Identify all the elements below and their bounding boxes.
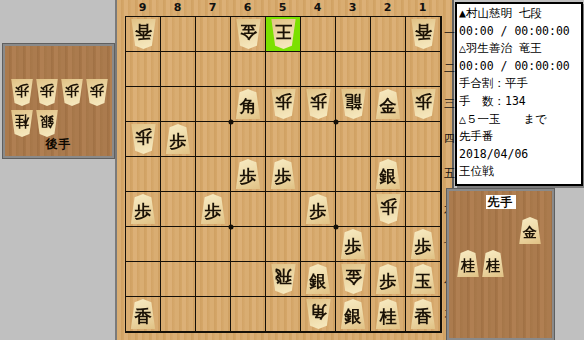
piece-1-3-gote[interactable]: 歩: [410, 89, 437, 119]
file-label-8: 8: [160, 1, 195, 15]
square-2-4[interactable]: [371, 122, 406, 157]
shogi-board[interactable]: 香金王香角歩歩龍金歩歩歩歩歩銀歩歩歩歩歩歩飛銀金歩玉香角銀桂香: [125, 16, 442, 333]
square-3-4[interactable]: [336, 122, 371, 157]
square-7-4[interactable]: [196, 122, 231, 157]
square-3-2[interactable]: [336, 52, 371, 87]
square-6-1[interactable]: 金: [231, 17, 266, 52]
square-7-9[interactable]: [196, 297, 231, 332]
square-3-3[interactable]: 龍: [336, 87, 371, 122]
square-2-6[interactable]: 歩: [371, 192, 406, 227]
gote-hand-tray: 歩歩歩歩桂銀 後手: [3, 44, 114, 158]
square-6-6[interactable]: [231, 192, 266, 227]
square-2-8[interactable]: 歩: [371, 262, 406, 297]
square-5-2[interactable]: [266, 52, 301, 87]
square-8-6[interactable]: [161, 192, 196, 227]
piece-2-6-gote[interactable]: 歩: [375, 194, 402, 224]
square-5-8[interactable]: 飛: [266, 262, 301, 297]
square-2-9[interactable]: 桂: [371, 297, 406, 332]
square-1-1[interactable]: 香: [406, 17, 441, 52]
square-2-2[interactable]: [371, 52, 406, 87]
square-9-8[interactable]: [126, 262, 161, 297]
piece-6-1-gote[interactable]: 金: [235, 19, 262, 49]
piece-3-9-sente[interactable]: 銀: [340, 299, 367, 329]
square-8-8[interactable]: [161, 262, 196, 297]
square-5-9[interactable]: [266, 297, 301, 332]
square-6-3[interactable]: 角: [231, 87, 266, 122]
file-label-5: 5: [265, 1, 300, 15]
square-2-7[interactable]: [371, 227, 406, 262]
square-3-5[interactable]: [336, 157, 371, 192]
square-4-1[interactable]: [301, 17, 336, 52]
square-9-3[interactable]: [126, 87, 161, 122]
square-9-6[interactable]: 歩: [126, 192, 161, 227]
hand-piece-gote[interactable]: 歩: [10, 79, 34, 106]
piece-2-8-sente[interactable]: 歩: [375, 264, 402, 294]
square-1-7[interactable]: 歩: [406, 227, 441, 262]
square-6-2[interactable]: [231, 52, 266, 87]
file-label-7: 7: [195, 1, 230, 15]
info-line-7: 先手番: [459, 128, 579, 146]
hand-piece-gote[interactable]: 桂: [10, 110, 34, 137]
square-3-6[interactable]: [336, 192, 371, 227]
info-line-6: △５一玉 まで: [459, 111, 579, 129]
square-5-7[interactable]: [266, 227, 301, 262]
hand-piece-gote[interactable]: 銀: [35, 110, 59, 137]
info-line-4: 手合割：平手: [459, 75, 579, 93]
gote-tray-label: 後手: [5, 136, 112, 153]
piece-2-5-sente[interactable]: 銀: [375, 159, 402, 189]
piece-6-5-sente[interactable]: 歩: [235, 159, 262, 189]
game-info-panel: ▲村山慈明 七段00:00 / 00:00:00△羽生善治 竜王00:00 / …: [455, 2, 583, 186]
square-7-1[interactable]: [196, 17, 231, 52]
piece-5-5-sente[interactable]: 歩: [270, 159, 297, 189]
piece-3-7-sente[interactable]: 歩: [340, 229, 367, 259]
piece-7-6-sente[interactable]: 歩: [200, 194, 227, 224]
square-7-8[interactable]: [196, 262, 231, 297]
board-panel: 987654321 香金王香角歩歩龍金歩歩歩歩歩銀歩歩歩歩歩歩飛銀金歩玉香角銀桂…: [115, 0, 454, 340]
square-5-6[interactable]: [266, 192, 301, 227]
square-8-3[interactable]: [161, 87, 196, 122]
piece-5-8-gote[interactable]: 飛: [270, 264, 297, 294]
sente-tray-label-text: 先手: [486, 195, 516, 209]
square-4-3[interactable]: 歩: [301, 87, 336, 122]
square-3-8[interactable]: 金: [336, 262, 371, 297]
file-label-4: 4: [300, 1, 335, 15]
square-1-6[interactable]: [406, 192, 441, 227]
square-4-7[interactable]: [301, 227, 336, 262]
square-1-2[interactable]: [406, 52, 441, 87]
sente-hand-pieces: 金桂桂: [449, 211, 552, 277]
info-line-9: 王位戦: [459, 163, 579, 181]
hand-piece-sente[interactable]: 桂: [456, 250, 480, 277]
file-label-6: 6: [230, 1, 265, 15]
square-9-7[interactable]: [126, 227, 161, 262]
tray-row: 金: [449, 217, 552, 244]
piece-4-9-gote[interactable]: 角: [305, 299, 332, 329]
hand-piece-gote[interactable]: 歩: [60, 79, 84, 106]
piece-1-9-sente[interactable]: 香: [410, 299, 437, 329]
piece-1-8-sente[interactable]: 玉: [410, 264, 437, 294]
piece-1-7-sente[interactable]: 歩: [410, 229, 437, 259]
square-9-9[interactable]: 香: [126, 297, 161, 332]
square-1-3[interactable]: 歩: [406, 87, 441, 122]
piece-3-3-gote[interactable]: 龍: [340, 89, 367, 119]
piece-5-3-gote[interactable]: 歩: [270, 89, 297, 119]
square-7-2[interactable]: [196, 52, 231, 87]
square-8-2[interactable]: [161, 52, 196, 87]
square-8-7[interactable]: [161, 227, 196, 262]
info-line-8: 2018/04/06: [459, 146, 579, 164]
hand-piece-sente[interactable]: 桂: [481, 250, 505, 277]
square-6-8[interactable]: [231, 262, 266, 297]
square-7-7[interactable]: [196, 227, 231, 262]
square-1-8[interactable]: 玉: [406, 262, 441, 297]
square-8-5[interactable]: [161, 157, 196, 192]
piece-4-8-sente[interactable]: 銀: [305, 264, 332, 294]
gote-hand-pieces: 歩歩歩歩桂銀: [5, 46, 112, 137]
board-wrap: 香金王香角歩歩龍金歩歩歩歩歩銀歩歩歩歩歩歩飛銀金歩玉香角銀桂香: [125, 16, 442, 333]
square-6-9[interactable]: [231, 297, 266, 332]
square-5-3[interactable]: 歩: [266, 87, 301, 122]
hand-piece-gote[interactable]: 歩: [85, 79, 109, 106]
piece-3-8-gote[interactable]: 金: [340, 264, 367, 294]
tray-row: 桂桂: [449, 250, 552, 277]
square-8-1[interactable]: [161, 17, 196, 52]
info-line-0: ▲村山慈明 七段: [459, 5, 579, 23]
square-9-5[interactable]: [126, 157, 161, 192]
piece-4-6-sente[interactable]: 歩: [305, 194, 332, 224]
piece-2-9-sente[interactable]: 桂: [375, 299, 402, 329]
file-label-1: 1: [405, 1, 440, 15]
info-line-5: 手 数：134: [459, 93, 579, 111]
info-line-2: △羽生善治 竜王: [459, 40, 579, 58]
file-label-9: 9: [125, 1, 160, 15]
square-5-1[interactable]: 王: [266, 17, 301, 52]
tray-row: 歩歩歩歩: [5, 79, 112, 106]
square-7-5[interactable]: [196, 157, 231, 192]
square-5-4[interactable]: [266, 122, 301, 157]
sente-hand-tray: 先手 金桂桂: [447, 189, 554, 340]
square-2-1[interactable]: [371, 17, 406, 52]
square-9-2[interactable]: [126, 52, 161, 87]
sente-tray-label: 先手: [449, 194, 552, 211]
piece-6-3-sente[interactable]: 角: [235, 89, 262, 119]
file-label-3: 3: [335, 1, 370, 15]
piece-2-3-sente[interactable]: 金: [375, 89, 402, 119]
piece-9-6-sente[interactable]: 歩: [130, 194, 157, 224]
hand-piece-gote[interactable]: 歩: [35, 79, 59, 106]
square-6-7[interactable]: [231, 227, 266, 262]
square-4-6[interactable]: 歩: [301, 192, 336, 227]
square-4-8[interactable]: 銀: [301, 262, 336, 297]
piece-9-4-gote[interactable]: 歩: [130, 124, 157, 154]
square-3-1[interactable]: [336, 17, 371, 52]
square-4-5[interactable]: [301, 157, 336, 192]
square-4-2[interactable]: [301, 52, 336, 87]
square-1-9[interactable]: 香: [406, 297, 441, 332]
square-1-5[interactable]: [406, 157, 441, 192]
square-3-7[interactable]: 歩: [336, 227, 371, 262]
piece-1-1-gote[interactable]: 香: [410, 19, 437, 49]
square-8-9[interactable]: [161, 297, 196, 332]
square-2-5[interactable]: 銀: [371, 157, 406, 192]
hand-piece-sente[interactable]: 金: [518, 217, 542, 244]
square-2-3[interactable]: 金: [371, 87, 406, 122]
square-4-9[interactable]: 角: [301, 297, 336, 332]
piece-9-1-gote[interactable]: 香: [130, 19, 157, 49]
piece-5-1-gote[interactable]: 王: [270, 19, 297, 49]
square-8-4[interactable]: 歩: [161, 122, 196, 157]
square-1-4[interactable]: [406, 122, 441, 157]
piece-4-3-gote[interactable]: 歩: [305, 89, 332, 119]
square-3-9[interactable]: 銀: [336, 297, 371, 332]
file-label-2: 2: [370, 1, 405, 15]
square-9-1[interactable]: 香: [126, 17, 161, 52]
square-7-6[interactable]: 歩: [196, 192, 231, 227]
file-labels: 987654321: [125, 1, 441, 15]
piece-9-9-sente[interactable]: 香: [130, 299, 157, 329]
square-6-5[interactable]: 歩: [231, 157, 266, 192]
square-9-4[interactable]: 歩: [126, 122, 161, 157]
info-line-3: 00:00 / 00:00:00: [459, 58, 579, 76]
square-7-3[interactable]: [196, 87, 231, 122]
tray-row: 桂銀: [5, 110, 112, 137]
info-line-1: 00:00 / 00:00:00: [459, 23, 579, 41]
square-6-4[interactable]: [231, 122, 266, 157]
square-5-5[interactable]: 歩: [266, 157, 301, 192]
square-4-4[interactable]: [301, 122, 336, 157]
piece-8-4-sente[interactable]: 歩: [165, 124, 192, 154]
shogi-viewer-window: { "game": "shogi", "position": { "sfen":…: [0, 0, 584, 340]
